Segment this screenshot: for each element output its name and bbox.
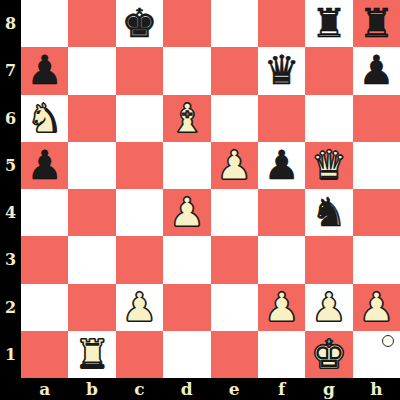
rank-labels: 87654321 bbox=[0, 0, 21, 378]
square-h2[interactable]: ♟ bbox=[353, 284, 400, 331]
square-a3[interactable] bbox=[21, 236, 68, 283]
square-f2[interactable]: ♟ bbox=[258, 284, 305, 331]
white-rook[interactable]: ♜ bbox=[74, 331, 110, 378]
square-d3[interactable] bbox=[163, 236, 210, 283]
square-c4[interactable] bbox=[116, 189, 163, 236]
white-pawn[interactable]: ♟ bbox=[169, 189, 205, 236]
square-e7[interactable] bbox=[211, 47, 258, 94]
square-h8[interactable]: ♜ bbox=[353, 0, 400, 47]
file-label-c: c bbox=[116, 378, 163, 400]
square-c1[interactable] bbox=[116, 331, 163, 378]
square-b7[interactable] bbox=[68, 47, 115, 94]
square-a2[interactable] bbox=[21, 284, 68, 331]
file-label-d: d bbox=[163, 378, 210, 400]
black-queen[interactable]: ♛ bbox=[264, 47, 300, 94]
square-e2[interactable] bbox=[211, 284, 258, 331]
black-rook[interactable]: ♜ bbox=[358, 0, 394, 47]
square-e8[interactable] bbox=[211, 0, 258, 47]
chess-board-widget: 87654321 ♚♜♜♟♛♟♞♝♟♟♟♛♟♞♟♟♟♟♜♚ abcdefgh bbox=[0, 0, 400, 400]
square-b1[interactable]: ♜ bbox=[68, 331, 115, 378]
square-c3[interactable] bbox=[116, 236, 163, 283]
square-c5[interactable] bbox=[116, 142, 163, 189]
square-b2[interactable] bbox=[68, 284, 115, 331]
rank-label-2: 2 bbox=[0, 284, 21, 331]
rank-label-4: 4 bbox=[0, 189, 21, 236]
white-queen[interactable]: ♛ bbox=[311, 142, 347, 189]
black-pawn[interactable]: ♟ bbox=[264, 142, 300, 189]
square-h6[interactable] bbox=[353, 95, 400, 142]
square-b6[interactable] bbox=[68, 95, 115, 142]
square-g2[interactable]: ♟ bbox=[305, 284, 352, 331]
square-g3[interactable] bbox=[305, 236, 352, 283]
square-f7[interactable]: ♛ bbox=[258, 47, 305, 94]
square-b8[interactable] bbox=[68, 0, 115, 47]
square-d4[interactable]: ♟ bbox=[163, 189, 210, 236]
black-pawn[interactable]: ♟ bbox=[27, 142, 63, 189]
rank-label-5: 5 bbox=[0, 142, 21, 189]
square-d1[interactable] bbox=[163, 331, 210, 378]
white-knight[interactable]: ♞ bbox=[27, 95, 63, 142]
square-h3[interactable] bbox=[353, 236, 400, 283]
square-c6[interactable] bbox=[116, 95, 163, 142]
square-e4[interactable] bbox=[211, 189, 258, 236]
white-pawn[interactable]: ♟ bbox=[122, 284, 158, 331]
square-d6[interactable]: ♝ bbox=[163, 95, 210, 142]
square-d7[interactable] bbox=[163, 47, 210, 94]
square-c8[interactable]: ♚ bbox=[116, 0, 163, 47]
square-f6[interactable] bbox=[258, 95, 305, 142]
square-a5[interactable]: ♟ bbox=[21, 142, 68, 189]
square-h4[interactable] bbox=[353, 189, 400, 236]
square-a6[interactable]: ♞ bbox=[21, 95, 68, 142]
file-label-b: b bbox=[68, 378, 115, 400]
white-pawn[interactable]: ♟ bbox=[311, 284, 347, 331]
square-a4[interactable] bbox=[21, 189, 68, 236]
square-f1[interactable] bbox=[258, 331, 305, 378]
white-pawn[interactable]: ♟ bbox=[216, 142, 252, 189]
rank-label-3: 3 bbox=[0, 236, 21, 283]
rank-label-8: 8 bbox=[0, 0, 21, 47]
file-label-a: a bbox=[21, 378, 68, 400]
square-a1[interactable] bbox=[21, 331, 68, 378]
square-g7[interactable] bbox=[305, 47, 352, 94]
white-pawn[interactable]: ♟ bbox=[264, 284, 300, 331]
square-c7[interactable] bbox=[116, 47, 163, 94]
black-king[interactable]: ♚ bbox=[122, 0, 158, 47]
black-pawn[interactable]: ♟ bbox=[358, 47, 394, 94]
square-b4[interactable] bbox=[68, 189, 115, 236]
black-pawn[interactable]: ♟ bbox=[27, 47, 63, 94]
square-g1[interactable]: ♚ bbox=[305, 331, 352, 378]
square-e5[interactable]: ♟ bbox=[211, 142, 258, 189]
white-king[interactable]: ♚ bbox=[311, 331, 347, 378]
square-e6[interactable] bbox=[211, 95, 258, 142]
square-c2[interactable]: ♟ bbox=[116, 284, 163, 331]
square-f8[interactable] bbox=[258, 0, 305, 47]
file-label-e: e bbox=[211, 378, 258, 400]
square-e1[interactable] bbox=[211, 331, 258, 378]
square-a8[interactable] bbox=[21, 0, 68, 47]
rank-label-7: 7 bbox=[0, 47, 21, 94]
file-label-h: h bbox=[353, 378, 400, 400]
white-pawn[interactable]: ♟ bbox=[358, 284, 394, 331]
square-a7[interactable]: ♟ bbox=[21, 47, 68, 94]
square-d5[interactable] bbox=[163, 142, 210, 189]
chess-board[interactable]: ♚♜♜♟♛♟♞♝♟♟♟♛♟♞♟♟♟♟♜♚ bbox=[21, 0, 400, 378]
square-g6[interactable] bbox=[305, 95, 352, 142]
file-label-g: g bbox=[305, 378, 352, 400]
white-bishop[interactable]: ♝ bbox=[169, 95, 205, 142]
square-h5[interactable] bbox=[353, 142, 400, 189]
square-d2[interactable] bbox=[163, 284, 210, 331]
square-b3[interactable] bbox=[68, 236, 115, 283]
square-g4[interactable]: ♞ bbox=[305, 189, 352, 236]
square-g8[interactable]: ♜ bbox=[305, 0, 352, 47]
square-f4[interactable] bbox=[258, 189, 305, 236]
square-g5[interactable]: ♛ bbox=[305, 142, 352, 189]
white-to-move-indicator bbox=[382, 335, 394, 347]
rank-label-6: 6 bbox=[0, 95, 21, 142]
file-labels: abcdefgh bbox=[21, 378, 400, 400]
rank-label-1: 1 bbox=[0, 331, 21, 378]
square-e3[interactable] bbox=[211, 236, 258, 283]
black-rook[interactable]: ♜ bbox=[311, 0, 347, 47]
file-label-f: f bbox=[258, 378, 305, 400]
square-f5[interactable]: ♟ bbox=[258, 142, 305, 189]
square-f3[interactable] bbox=[258, 236, 305, 283]
square-b5[interactable] bbox=[68, 142, 115, 189]
black-knight[interactable]: ♞ bbox=[311, 189, 347, 236]
square-d8[interactable] bbox=[163, 0, 210, 47]
square-h7[interactable]: ♟ bbox=[353, 47, 400, 94]
